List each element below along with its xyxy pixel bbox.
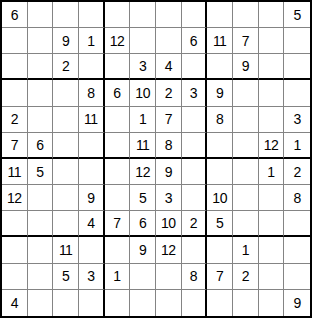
cell-r1c8[interactable]: [182, 2, 208, 28]
cell-r5c1: 2: [2, 107, 28, 133]
cell-r4c3[interactable]: [53, 80, 79, 106]
cell-r11c11[interactable]: [259, 264, 285, 290]
cell-r8c3[interactable]: [53, 185, 79, 211]
given-digit: 8: [87, 86, 94, 100]
cell-r7c9[interactable]: [207, 159, 233, 185]
given-digit: 1: [139, 112, 146, 126]
given-digit: 6: [36, 138, 43, 152]
given-digit: 7: [113, 216, 120, 230]
given-digit: 4: [165, 59, 172, 73]
given-digit: 5: [216, 216, 223, 230]
given-digit: 10: [212, 191, 227, 205]
cell-r12c1: 4: [2, 290, 28, 316]
cell-r3c4[interactable]: [79, 54, 105, 80]
cell-r4c5: 6: [105, 80, 131, 106]
cell-r5c2[interactable]: [28, 107, 54, 133]
cell-r5c10[interactable]: [233, 107, 259, 133]
cell-r12c5[interactable]: [105, 290, 131, 316]
cell-r2c12[interactable]: [284, 28, 310, 54]
cell-r11c4: 3: [79, 264, 105, 290]
cell-r7c12: 2: [284, 159, 310, 185]
cell-r6c10[interactable]: [233, 133, 259, 159]
cell-r10c4[interactable]: [79, 237, 105, 263]
cell-r5c3[interactable]: [53, 107, 79, 133]
cell-r11c6[interactable]: [130, 264, 156, 290]
cell-r11c10: 2: [233, 264, 259, 290]
cell-r3c5[interactable]: [105, 54, 131, 80]
given-digit: 1: [87, 34, 94, 48]
cell-r5c9: 8: [207, 107, 233, 133]
given-digit: 7: [11, 138, 18, 152]
cell-r7c5[interactable]: [105, 159, 131, 185]
cell-r5c12: 3: [284, 107, 310, 133]
cell-r7c8[interactable]: [182, 159, 208, 185]
cell-r10c11[interactable]: [259, 237, 285, 263]
given-digit: 2: [190, 216, 197, 230]
cell-r5c5[interactable]: [105, 107, 131, 133]
cell-r7c11: 1: [259, 159, 285, 185]
cell-r12c12: 9: [284, 290, 310, 316]
cell-r5c7: 7: [156, 107, 182, 133]
cell-r1c3[interactable]: [53, 2, 79, 28]
cell-r3c7: 4: [156, 54, 182, 80]
given-digit: 12: [110, 34, 125, 48]
cell-r8c4: 9: [79, 185, 105, 211]
given-digit: 5: [294, 8, 301, 22]
cell-r4c12[interactable]: [284, 80, 310, 106]
given-digit: 3: [294, 112, 301, 126]
cell-r10c5[interactable]: [105, 237, 131, 263]
cell-r2c8: 6: [182, 28, 208, 54]
cell-r11c3: 5: [53, 264, 79, 290]
given-digit: 11: [59, 243, 73, 257]
cell-r10c12[interactable]: [284, 237, 310, 263]
given-digit: 9: [165, 165, 172, 179]
cell-r9c6: 6: [130, 211, 156, 237]
cell-r4c4: 8: [79, 80, 105, 106]
cell-r4c9: 9: [207, 80, 233, 106]
cell-r3c10: 9: [233, 54, 259, 80]
cell-r9c3[interactable]: [53, 211, 79, 237]
cell-r12c9[interactable]: [207, 290, 233, 316]
cell-r11c9: 7: [207, 264, 233, 290]
cell-r7c6: 12: [130, 159, 156, 185]
cell-r12c8[interactable]: [182, 290, 208, 316]
cell-r3c11[interactable]: [259, 54, 285, 80]
cell-r2c3: 9: [53, 28, 79, 54]
cell-r8c10[interactable]: [233, 185, 259, 211]
cell-r4c8: 3: [182, 80, 208, 106]
given-digit: 2: [242, 269, 249, 283]
given-digit: 2: [165, 86, 172, 100]
cell-r6c3[interactable]: [53, 133, 79, 159]
cell-r1c4[interactable]: [79, 2, 105, 28]
given-digit: 3: [190, 86, 197, 100]
given-digit: 4: [87, 216, 94, 230]
given-digit: 1: [242, 243, 249, 257]
given-digit: 9: [62, 34, 69, 48]
cell-r7c2: 5: [28, 159, 54, 185]
cell-r4c2[interactable]: [28, 80, 54, 106]
given-digit: 11: [213, 34, 227, 48]
cell-r6c4[interactable]: [79, 133, 105, 159]
cell-r10c7: 12: [156, 237, 182, 263]
given-digit: 2: [11, 112, 18, 126]
cell-r1c5[interactable]: [105, 2, 131, 28]
given-digit: 11: [84, 112, 98, 126]
cell-r2c2[interactable]: [28, 28, 54, 54]
given-digit: 1: [267, 165, 274, 179]
cell-r6c8[interactable]: [182, 133, 208, 159]
cell-r12c7[interactable]: [156, 290, 182, 316]
given-digit: 2: [62, 59, 69, 73]
cell-r9c1[interactable]: [2, 211, 28, 237]
cell-r3c9[interactable]: [207, 54, 233, 80]
cell-r6c9[interactable]: [207, 133, 233, 159]
cell-r8c11[interactable]: [259, 185, 285, 211]
cell-r3c12[interactable]: [284, 54, 310, 80]
cell-r9c10[interactable]: [233, 211, 259, 237]
cell-r10c2[interactable]: [28, 237, 54, 263]
cell-r11c1[interactable]: [2, 264, 28, 290]
cell-r2c11[interactable]: [259, 28, 285, 54]
cell-r7c4[interactable]: [79, 159, 105, 185]
cell-r1c9[interactable]: [207, 2, 233, 28]
cell-r5c6: 1: [130, 107, 156, 133]
cell-r9c2[interactable]: [28, 211, 54, 237]
given-digit: 8: [190, 269, 197, 283]
given-digit: 9: [242, 59, 249, 73]
given-digit: 7: [216, 269, 223, 283]
cell-r6c5[interactable]: [105, 133, 131, 159]
cell-r8c1: 12: [2, 185, 28, 211]
cell-r12c10[interactable]: [233, 290, 259, 316]
cell-r2c7[interactable]: [156, 28, 182, 54]
cell-r7c3[interactable]: [53, 159, 79, 185]
cell-r6c1: 7: [2, 133, 28, 159]
given-digit: 5: [36, 165, 43, 179]
given-digit: 11: [136, 138, 150, 152]
cell-r2c4: 1: [79, 28, 105, 54]
cell-r5c11[interactable]: [259, 107, 285, 133]
cell-r9c11[interactable]: [259, 211, 285, 237]
cell-r11c7[interactable]: [156, 264, 182, 290]
cell-r11c12[interactable]: [284, 264, 310, 290]
cell-r4c11[interactable]: [259, 80, 285, 106]
cell-r3c2[interactable]: [28, 54, 54, 80]
cell-r6c11: 12: [259, 133, 285, 159]
cell-r8c6: 5: [130, 185, 156, 211]
cell-r6c12: 1: [284, 133, 310, 159]
cell-r2c10: 7: [233, 28, 259, 54]
cell-r8c5[interactable]: [105, 185, 131, 211]
cell-r8c12: 8: [284, 185, 310, 211]
cell-r8c8[interactable]: [182, 185, 208, 211]
cell-r9c7: 10: [156, 211, 182, 237]
given-digit: 8: [165, 138, 172, 152]
cell-r1c12: 5: [284, 2, 310, 28]
cell-r7c10[interactable]: [233, 159, 259, 185]
given-digit: 9: [294, 296, 301, 310]
given-digit: 9: [87, 191, 94, 205]
cell-r9c12[interactable]: [284, 211, 310, 237]
cell-r12c11[interactable]: [259, 290, 285, 316]
cell-r7c1: 11: [2, 159, 28, 185]
cell-r11c8: 8: [182, 264, 208, 290]
given-digit: 7: [242, 34, 249, 48]
cell-r9c5: 7: [105, 211, 131, 237]
given-digit: 5: [62, 269, 69, 283]
given-digit: 12: [7, 191, 22, 205]
given-digit: 6: [11, 8, 18, 22]
cell-r1c1: 6: [2, 2, 28, 28]
cell-r3c1[interactable]: [2, 54, 28, 80]
cell-r11c2[interactable]: [28, 264, 54, 290]
cell-r8c9: 10: [207, 185, 233, 211]
cell-r3c3: 2: [53, 54, 79, 80]
given-digit: 6: [113, 86, 120, 100]
cell-r11c5: 1: [105, 264, 131, 290]
cell-r4c7: 2: [156, 80, 182, 106]
cell-r6c2: 6: [28, 133, 54, 159]
cell-r9c9: 5: [207, 211, 233, 237]
given-digit: 11: [8, 165, 22, 179]
cell-r10c1[interactable]: [2, 237, 28, 263]
given-digit: 10: [161, 216, 176, 230]
cell-r1c2[interactable]: [28, 2, 54, 28]
cell-r12c4[interactable]: [79, 290, 105, 316]
sudoku-board: 6591126117234986102392111783761181211151…: [0, 0, 312, 318]
cell-r9c8: 2: [182, 211, 208, 237]
given-digit: 10: [135, 86, 150, 100]
cell-r4c6: 10: [130, 80, 156, 106]
given-digit: 6: [190, 34, 197, 48]
given-digit: 12: [161, 243, 176, 257]
given-digit: 8: [294, 191, 301, 205]
cell-r5c4: 11: [79, 107, 105, 133]
cell-r1c11[interactable]: [259, 2, 285, 28]
cell-r2c6[interactable]: [130, 28, 156, 54]
cell-r10c8[interactable]: [182, 237, 208, 263]
cell-r12c3[interactable]: [53, 290, 79, 316]
cell-r7c7: 9: [156, 159, 182, 185]
given-digit: 2: [294, 165, 301, 179]
given-digit: 4: [11, 296, 18, 310]
cell-r8c2[interactable]: [28, 185, 54, 211]
given-digit: 9: [139, 243, 146, 257]
given-digit: 1: [294, 138, 301, 152]
given-digit: 12: [264, 138, 279, 152]
cell-r2c1[interactable]: [2, 28, 28, 54]
cell-r1c6[interactable]: [130, 2, 156, 28]
cell-r6c7: 8: [156, 133, 182, 159]
cell-r1c10[interactable]: [233, 2, 259, 28]
given-digit: 3: [165, 191, 172, 205]
cell-r10c10: 1: [233, 237, 259, 263]
cell-r8c7: 3: [156, 185, 182, 211]
given-digit: 1: [113, 269, 120, 283]
cell-r4c10[interactable]: [233, 80, 259, 106]
given-digit: 12: [135, 165, 150, 179]
cell-r12c6[interactable]: [130, 290, 156, 316]
given-digit: 6: [139, 216, 146, 230]
given-digit: 7: [165, 112, 172, 126]
cell-r10c3: 11: [53, 237, 79, 263]
cell-r2c5: 12: [105, 28, 131, 54]
cell-r12c2[interactable]: [28, 290, 54, 316]
given-digit: 3: [87, 269, 94, 283]
cell-r4c1[interactable]: [2, 80, 28, 106]
cell-r2c9: 11: [207, 28, 233, 54]
cell-r10c6: 9: [130, 237, 156, 263]
cell-r5c8[interactable]: [182, 107, 208, 133]
given-digit: 8: [216, 112, 223, 126]
cell-r9c4: 4: [79, 211, 105, 237]
given-digit: 9: [216, 86, 223, 100]
cell-r3c8[interactable]: [182, 54, 208, 80]
given-digit: 3: [139, 59, 146, 73]
cell-r3c6: 3: [130, 54, 156, 80]
given-digit: 5: [139, 191, 146, 205]
cell-r6c6: 11: [130, 133, 156, 159]
cell-r10c9[interactable]: [207, 237, 233, 263]
cell-r1c7[interactable]: [156, 2, 182, 28]
